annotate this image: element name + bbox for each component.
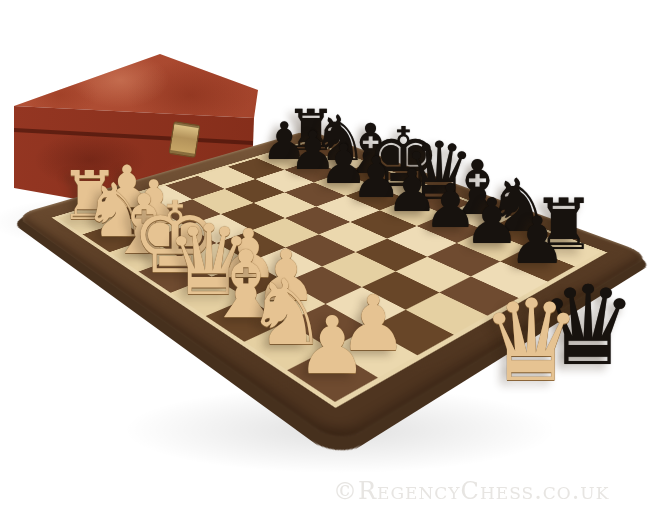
scene: ♜♟♞♟♝♟♚♟♛♟♟♝♜♟♟♞♞♟♜♝♟♚♟♛♟♝♞♟♛♟♛ ©Regency… [0,0,650,520]
board-grid [58,142,600,402]
watermark: ©RegencyChess.co.uk [333,477,648,505]
board-maple-border [52,140,608,408]
box-clasp-icon [169,121,201,158]
